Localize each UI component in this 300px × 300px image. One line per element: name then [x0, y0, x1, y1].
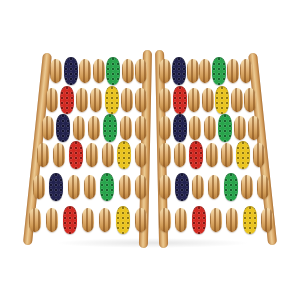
roller-green — [103, 114, 117, 142]
roller-wood — [135, 59, 147, 83]
roller-wood — [227, 59, 239, 83]
roller-wood — [175, 208, 187, 232]
roller-row-5 — [0, 172, 300, 202]
roller-wood — [231, 88, 243, 112]
left-section — [46, 85, 147, 115]
product-photo-stage — [0, 0, 300, 300]
roller-wood — [206, 143, 218, 167]
roller-wood — [257, 175, 269, 199]
roller-wood — [189, 116, 201, 140]
roller-green — [212, 57, 226, 85]
roller-wood — [88, 116, 100, 140]
left-section — [29, 205, 147, 235]
right-section — [159, 172, 269, 202]
roller-wood — [202, 88, 214, 112]
roller-wood — [226, 208, 238, 232]
roller-wood — [135, 175, 147, 199]
right-section — [159, 56, 252, 86]
roller-wood — [122, 59, 134, 83]
roller-wood — [159, 208, 171, 232]
roller-wood — [93, 59, 105, 83]
roller-wood — [248, 116, 260, 140]
right-section — [159, 140, 265, 170]
roller-wood — [221, 143, 233, 167]
roller-wood — [50, 59, 62, 83]
roller-wood — [29, 208, 41, 232]
foot-massager — [0, 0, 300, 300]
roller-wood — [135, 116, 147, 140]
roller-wood — [159, 143, 171, 167]
roller-wood — [174, 143, 186, 167]
roller-wood — [37, 143, 49, 167]
roller-wood — [99, 208, 111, 232]
left-section — [37, 140, 147, 170]
roller-wood — [68, 175, 80, 199]
roller-wood — [234, 116, 246, 140]
roller-wood — [46, 88, 58, 112]
roller-red — [173, 86, 187, 114]
roller-red — [63, 206, 77, 234]
roller-wood — [90, 88, 102, 112]
roller-wood — [261, 208, 273, 232]
roller-yellow — [105, 86, 119, 114]
roller-wood — [204, 116, 216, 140]
right-section — [159, 205, 273, 235]
roller-row-4 — [0, 140, 300, 170]
roller-navy — [64, 57, 78, 85]
roller-wood — [135, 88, 147, 112]
roller-wood — [159, 175, 171, 199]
left-section — [33, 172, 147, 202]
roller-row-1 — [0, 56, 300, 86]
roller-wood — [241, 175, 253, 199]
roller-wood — [187, 59, 199, 83]
roller-red — [60, 86, 74, 114]
roller-wood — [84, 175, 96, 199]
drop-shadow — [55, 238, 250, 248]
roller-navy — [49, 173, 63, 201]
roller-wood — [159, 88, 171, 112]
roller-wood — [33, 175, 45, 199]
roller-wood — [188, 88, 200, 112]
roller-yellow — [215, 86, 229, 114]
left-section — [42, 113, 147, 143]
roller-navy — [173, 114, 187, 142]
roller-wood — [192, 175, 204, 199]
roller-wood — [253, 143, 265, 167]
roller-green — [100, 173, 114, 201]
right-section — [159, 85, 256, 115]
roller-wood — [76, 88, 88, 112]
right-section — [159, 113, 260, 143]
roller-green — [224, 173, 238, 201]
roller-wood — [73, 116, 85, 140]
roller-wood — [240, 59, 252, 83]
roller-wood — [121, 88, 133, 112]
roller-green — [218, 114, 232, 142]
roller-wood — [199, 59, 211, 83]
roller-wood — [244, 88, 256, 112]
roller-wood — [86, 143, 98, 167]
roller-row-2 — [0, 85, 300, 115]
roller-red — [69, 141, 83, 169]
roller-yellow — [236, 141, 250, 169]
roller-navy — [172, 57, 186, 85]
roller-row-6 — [0, 205, 300, 235]
roller-wood — [53, 143, 65, 167]
roller-navy — [175, 173, 189, 201]
roller-yellow — [243, 206, 257, 234]
roller-wood — [208, 175, 220, 199]
roller-green — [106, 57, 120, 85]
roller-wood — [46, 208, 58, 232]
roller-row-3 — [0, 113, 300, 143]
roller-red — [189, 141, 203, 169]
roller-wood — [42, 116, 54, 140]
roller-yellow — [117, 141, 131, 169]
roller-yellow — [116, 206, 130, 234]
roller-navy — [56, 114, 70, 142]
left-section — [50, 56, 147, 86]
roller-red — [192, 206, 206, 234]
roller-wood — [159, 116, 171, 140]
roller-wood — [135, 208, 147, 232]
roller-wood — [82, 208, 94, 232]
roller-wood — [119, 175, 131, 199]
roller-wood — [79, 59, 91, 83]
roller-wood — [120, 116, 132, 140]
roller-wood — [135, 143, 147, 167]
roller-wood — [159, 59, 171, 83]
roller-wood — [102, 143, 114, 167]
roller-wood — [210, 208, 222, 232]
